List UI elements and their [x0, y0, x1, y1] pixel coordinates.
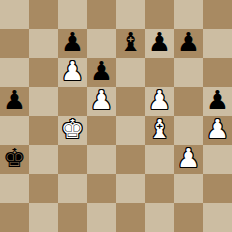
square-g2[interactable] — [174, 174, 203, 203]
square-e5[interactable] — [116, 87, 145, 116]
square-g6[interactable] — [174, 58, 203, 87]
square-a5[interactable]: ♟ — [0, 87, 29, 116]
square-d1[interactable] — [87, 203, 116, 232]
square-a4[interactable] — [0, 116, 29, 145]
square-a8[interactable] — [0, 0, 29, 29]
square-g8[interactable] — [174, 0, 203, 29]
square-f2[interactable] — [145, 174, 174, 203]
square-h1[interactable] — [203, 203, 232, 232]
square-f3[interactable] — [145, 145, 174, 174]
square-g5[interactable] — [174, 87, 203, 116]
square-a7[interactable] — [0, 29, 29, 58]
square-f1[interactable] — [145, 203, 174, 232]
white-bishop-piece: ♝ — [148, 116, 171, 144]
square-g1[interactable] — [174, 203, 203, 232]
square-h6[interactable] — [203, 58, 232, 87]
square-c6[interactable]: ♟ — [58, 58, 87, 87]
square-c3[interactable] — [58, 145, 87, 174]
square-e3[interactable] — [116, 145, 145, 174]
square-d3[interactable] — [87, 145, 116, 174]
square-e6[interactable] — [116, 58, 145, 87]
square-c7[interactable]: ♟ — [58, 29, 87, 58]
square-b7[interactable] — [29, 29, 58, 58]
square-f8[interactable] — [145, 0, 174, 29]
black-pawn-piece: ♟ — [61, 29, 84, 57]
square-b2[interactable] — [29, 174, 58, 203]
square-c1[interactable] — [58, 203, 87, 232]
square-b3[interactable] — [29, 145, 58, 174]
square-h2[interactable] — [203, 174, 232, 203]
square-c5[interactable] — [58, 87, 87, 116]
chess-board: ♟♝♟♟♟♟♟♟♟♟♚♝♟♚♟ — [0, 0, 232, 232]
square-h4[interactable]: ♟ — [203, 116, 232, 145]
square-a6[interactable] — [0, 58, 29, 87]
square-a1[interactable] — [0, 203, 29, 232]
square-d5[interactable]: ♟ — [87, 87, 116, 116]
square-c8[interactable] — [58, 0, 87, 29]
square-b8[interactable] — [29, 0, 58, 29]
black-pawn-piece: ♟ — [206, 87, 229, 115]
square-g3[interactable]: ♟ — [174, 145, 203, 174]
square-d7[interactable] — [87, 29, 116, 58]
square-a2[interactable] — [0, 174, 29, 203]
square-d6[interactable]: ♟ — [87, 58, 116, 87]
square-h3[interactable] — [203, 145, 232, 174]
square-f5[interactable]: ♟ — [145, 87, 174, 116]
square-e1[interactable] — [116, 203, 145, 232]
square-e8[interactable] — [116, 0, 145, 29]
square-e2[interactable] — [116, 174, 145, 203]
square-g4[interactable] — [174, 116, 203, 145]
white-king-piece: ♚ — [61, 116, 84, 144]
white-pawn-piece: ♟ — [206, 116, 229, 144]
square-d4[interactable] — [87, 116, 116, 145]
square-f7[interactable]: ♟ — [145, 29, 174, 58]
square-h5[interactable]: ♟ — [203, 87, 232, 116]
square-b6[interactable] — [29, 58, 58, 87]
chess-board-window: ♟♝♟♟♟♟♟♟♟♟♚♝♟♚♟ — [0, 0, 232, 232]
square-c4[interactable]: ♚ — [58, 116, 87, 145]
square-d8[interactable] — [87, 0, 116, 29]
black-bishop-piece: ♝ — [119, 29, 142, 57]
black-king-piece: ♚ — [3, 145, 26, 173]
black-pawn-piece: ♟ — [148, 29, 171, 57]
black-pawn-piece: ♟ — [177, 29, 200, 57]
square-h8[interactable] — [203, 0, 232, 29]
square-d2[interactable] — [87, 174, 116, 203]
white-pawn-piece: ♟ — [148, 87, 171, 115]
black-pawn-piece: ♟ — [90, 58, 113, 86]
square-b1[interactable] — [29, 203, 58, 232]
square-e4[interactable] — [116, 116, 145, 145]
square-b4[interactable] — [29, 116, 58, 145]
square-h7[interactable] — [203, 29, 232, 58]
square-f6[interactable] — [145, 58, 174, 87]
square-c2[interactable] — [58, 174, 87, 203]
square-g7[interactable]: ♟ — [174, 29, 203, 58]
square-a3[interactable]: ♚ — [0, 145, 29, 174]
square-f4[interactable]: ♝ — [145, 116, 174, 145]
white-pawn-piece: ♟ — [177, 145, 200, 173]
square-e7[interactable]: ♝ — [116, 29, 145, 58]
white-pawn-piece: ♟ — [90, 87, 113, 115]
black-pawn-piece: ♟ — [3, 87, 26, 115]
square-b5[interactable] — [29, 87, 58, 116]
white-pawn-piece: ♟ — [61, 58, 84, 86]
